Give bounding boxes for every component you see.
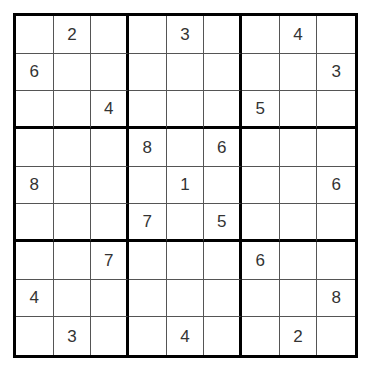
cell-r6c7[interactable] — [242, 204, 280, 242]
cell-r8c8[interactable] — [280, 280, 318, 318]
cell-r7c5[interactable] — [167, 242, 205, 280]
cell-r2c3[interactable] — [91, 54, 129, 92]
cell-r5c7[interactable] — [242, 167, 280, 205]
cell-r4c7[interactable] — [242, 129, 280, 167]
given-cell-r9c8[interactable]: 2 — [280, 317, 318, 355]
cell-r1c1[interactable] — [16, 16, 54, 54]
given-cell-r1c5[interactable]: 3 — [167, 16, 205, 54]
cell-r8c6[interactable] — [204, 280, 242, 318]
cell-r2c2[interactable] — [54, 54, 92, 92]
cell-r1c7[interactable] — [242, 16, 280, 54]
cell-r6c8[interactable] — [280, 204, 318, 242]
cell-r7c2[interactable] — [54, 242, 92, 280]
cell-r9c1[interactable] — [16, 317, 54, 355]
given-cell-r6c6[interactable]: 5 — [204, 204, 242, 242]
cell-r3c2[interactable] — [54, 91, 92, 129]
given-cell-r4c4[interactable]: 8 — [129, 129, 167, 167]
given-cell-r8c9[interactable]: 8 — [317, 280, 355, 318]
cell-r2c4[interactable] — [129, 54, 167, 92]
cell-r6c2[interactable] — [54, 204, 92, 242]
given-cell-r1c8[interactable]: 4 — [280, 16, 318, 54]
given-cell-r5c5[interactable]: 1 — [167, 167, 205, 205]
given-cell-r5c1[interactable]: 8 — [16, 167, 54, 205]
given-cell-r9c5[interactable]: 4 — [167, 317, 205, 355]
sudoku-board: 234634586816757648342 — [13, 13, 358, 358]
cell-r2c7[interactable] — [242, 54, 280, 92]
cell-r9c9[interactable] — [317, 317, 355, 355]
cell-r5c2[interactable] — [54, 167, 92, 205]
given-cell-r3c3[interactable]: 4 — [91, 91, 129, 129]
cell-r9c3[interactable] — [91, 317, 129, 355]
cell-r9c6[interactable] — [204, 317, 242, 355]
cell-r5c6[interactable] — [204, 167, 242, 205]
given-cell-r7c7[interactable]: 6 — [242, 242, 280, 280]
cell-r1c4[interactable] — [129, 16, 167, 54]
cell-r2c5[interactable] — [167, 54, 205, 92]
cell-r5c3[interactable] — [91, 167, 129, 205]
cell-r5c8[interactable] — [280, 167, 318, 205]
cell-r8c2[interactable] — [54, 280, 92, 318]
cell-r4c1[interactable] — [16, 129, 54, 167]
cell-r6c5[interactable] — [167, 204, 205, 242]
cell-r1c6[interactable] — [204, 16, 242, 54]
cell-r3c9[interactable] — [317, 91, 355, 129]
given-cell-r4c6[interactable]: 6 — [204, 129, 242, 167]
cell-r8c4[interactable] — [129, 280, 167, 318]
cell-r7c9[interactable] — [317, 242, 355, 280]
given-cell-r1c2[interactable]: 2 — [54, 16, 92, 54]
given-cell-r9c2[interactable]: 3 — [54, 317, 92, 355]
given-cell-r2c9[interactable]: 3 — [317, 54, 355, 92]
cell-r3c5[interactable] — [167, 91, 205, 129]
cell-r9c4[interactable] — [129, 317, 167, 355]
cell-r6c3[interactable] — [91, 204, 129, 242]
cell-r3c4[interactable] — [129, 91, 167, 129]
cell-r1c3[interactable] — [91, 16, 129, 54]
cell-r7c8[interactable] — [280, 242, 318, 280]
given-cell-r3c7[interactable]: 5 — [242, 91, 280, 129]
cell-r2c6[interactable] — [204, 54, 242, 92]
cell-r7c1[interactable] — [16, 242, 54, 280]
cell-r8c3[interactable] — [91, 280, 129, 318]
cell-r3c8[interactable] — [280, 91, 318, 129]
cell-r6c1[interactable] — [16, 204, 54, 242]
cell-r5c4[interactable] — [129, 167, 167, 205]
cell-r4c8[interactable] — [280, 129, 318, 167]
cell-r7c6[interactable] — [204, 242, 242, 280]
cell-r7c4[interactable] — [129, 242, 167, 280]
given-cell-r7c3[interactable]: 7 — [91, 242, 129, 280]
cell-r3c1[interactable] — [16, 91, 54, 129]
cell-r4c3[interactable] — [91, 129, 129, 167]
given-cell-r6c4[interactable]: 7 — [129, 204, 167, 242]
cell-r6c9[interactable] — [317, 204, 355, 242]
given-cell-r5c9[interactable]: 6 — [317, 167, 355, 205]
cell-r4c5[interactable] — [167, 129, 205, 167]
cell-r3c6[interactable] — [204, 91, 242, 129]
cell-r2c8[interactable] — [280, 54, 318, 92]
cell-r4c2[interactable] — [54, 129, 92, 167]
cell-r1c9[interactable] — [317, 16, 355, 54]
cell-r8c7[interactable] — [242, 280, 280, 318]
given-cell-r8c1[interactable]: 4 — [16, 280, 54, 318]
cell-r9c7[interactable] — [242, 317, 280, 355]
cell-r8c5[interactable] — [167, 280, 205, 318]
cell-r4c9[interactable] — [317, 129, 355, 167]
given-cell-r2c1[interactable]: 6 — [16, 54, 54, 92]
